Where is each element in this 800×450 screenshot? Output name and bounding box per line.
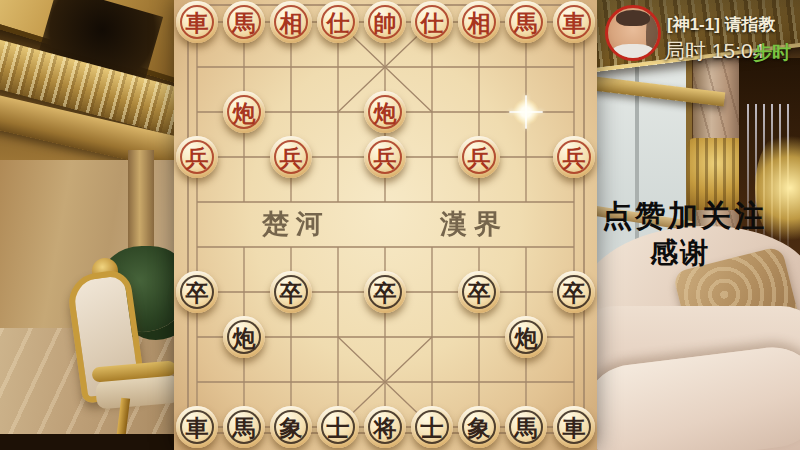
piece-red[interactable]: 仕 (317, 1, 359, 43)
piece-glyph: 馬 (515, 416, 538, 439)
piece-red[interactable]: 車 (176, 1, 218, 43)
piece-red[interactable]: 炮 (223, 91, 265, 133)
piece-black[interactable]: 炮 (223, 316, 265, 358)
piece-black[interactable]: 卒 (458, 271, 500, 313)
promo-text-like-follow: 点赞加关注 (602, 196, 767, 237)
piece-glyph: 将 (374, 416, 397, 439)
piece-red[interactable]: 仕 (411, 1, 453, 43)
piece-red[interactable]: 相 (270, 1, 312, 43)
piece-black[interactable]: 士 (411, 406, 453, 448)
piece-black[interactable]: 炮 (505, 316, 547, 358)
piece-glyph: 相 (280, 11, 303, 34)
piece-glyph: 卒 (280, 281, 303, 304)
piece-black[interactable]: 車 (553, 406, 595, 448)
piece-red[interactable]: 兵 (553, 136, 595, 178)
piece-black[interactable]: 卒 (553, 271, 595, 313)
game-time-label: 局时 (664, 39, 706, 62)
stream-frame: 楚河 漢界 車馬相仕帥仕相馬車炮炮兵兵兵兵兵卒卒卒卒卒炮炮車馬象士将士象馬車 [… (0, 0, 800, 450)
table-edge-shadow (0, 434, 175, 450)
piece-red[interactable]: 兵 (364, 136, 406, 178)
piece-glyph: 馬 (233, 416, 256, 439)
piece-glyph: 相 (468, 11, 491, 34)
piece-glyph: 兵 (186, 146, 209, 169)
piece-glyph: 士 (421, 416, 444, 439)
streamer-avatar[interactable] (605, 5, 661, 61)
piece-glyph: 兵 (374, 146, 397, 169)
piece-black[interactable]: 卒 (176, 271, 218, 313)
piece-glyph: 車 (186, 416, 209, 439)
piece-glyph: 炮 (515, 326, 538, 349)
piece-black[interactable]: 象 (270, 406, 312, 448)
promo-text-thanks: 感谢 (650, 234, 710, 272)
piece-black[interactable]: 士 (317, 406, 359, 448)
piece-glyph: 炮 (233, 326, 256, 349)
piece-black[interactable]: 馬 (223, 406, 265, 448)
piece-red[interactable]: 車 (553, 1, 595, 43)
left-room-background (0, 0, 175, 450)
piece-glyph: 兵 (563, 146, 586, 169)
piece-red[interactable]: 兵 (176, 136, 218, 178)
piece-glyph: 車 (563, 416, 586, 439)
piece-glyph: 馬 (515, 11, 538, 34)
piece-glyph: 車 (563, 11, 586, 34)
piece-glyph: 象 (468, 416, 491, 439)
piece-glyph: 卒 (563, 281, 586, 304)
move-time-label: 步时 (753, 40, 791, 66)
avatar-hair (616, 10, 650, 26)
piece-glyph: 車 (186, 11, 209, 34)
piece-black[interactable]: 車 (176, 406, 218, 448)
piece-red[interactable]: 馬 (505, 1, 547, 43)
piece-glyph: 炮 (233, 101, 256, 124)
piece-glyph: 兵 (468, 146, 491, 169)
piece-glyph: 卒 (374, 281, 397, 304)
piece-glyph: 象 (280, 416, 303, 439)
piece-red[interactable]: 相 (458, 1, 500, 43)
piece-red[interactable]: 帥 (364, 1, 406, 43)
piece-black[interactable]: 卒 (364, 271, 406, 313)
piece-red[interactable]: 炮 (364, 91, 406, 133)
piece-black[interactable]: 馬 (505, 406, 547, 448)
piece-glyph: 炮 (374, 101, 397, 124)
piece-glyph: 仕 (421, 11, 444, 34)
piece-red[interactable]: 兵 (270, 136, 312, 178)
piece-glyph: 卒 (468, 281, 491, 304)
streamer-name-text: [神1-1] 请指教 (667, 13, 776, 36)
piece-glyph: 兵 (280, 146, 303, 169)
piece-glyph: 士 (327, 416, 350, 439)
piece-glyph: 仕 (327, 11, 350, 34)
piece-layer: 車馬相仕帥仕相馬車炮炮兵兵兵兵兵卒卒卒卒卒炮炮車馬象士将士象馬車 (174, 0, 597, 450)
piece-red[interactable]: 兵 (458, 136, 500, 178)
game-time-text: 局时 15:04 (664, 37, 764, 65)
xiangqi-board[interactable]: 楚河 漢界 車馬相仕帥仕相馬車炮炮兵兵兵兵兵卒卒卒卒卒炮炮車馬象士将士象馬車 (174, 0, 597, 450)
piece-glyph: 帥 (374, 11, 397, 34)
piece-glyph: 馬 (233, 11, 256, 34)
piece-black[interactable]: 卒 (270, 271, 312, 313)
last-move-sparkle-icon (513, 99, 539, 125)
piece-glyph: 卒 (186, 281, 209, 304)
piece-black[interactable]: 将 (364, 406, 406, 448)
piece-black[interactable]: 象 (458, 406, 500, 448)
piece-red[interactable]: 馬 (223, 1, 265, 43)
